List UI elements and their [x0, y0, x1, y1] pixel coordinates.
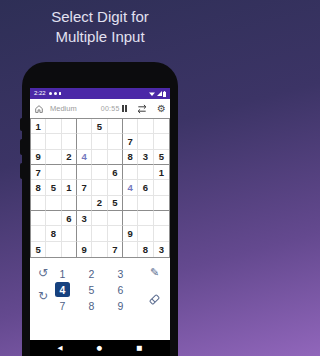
sudoku-cell[interactable] — [138, 196, 153, 211]
sudoku-cell[interactable]: 7 — [31, 165, 46, 180]
sudoku-cell[interactable] — [77, 226, 92, 241]
sudoku-cell[interactable]: 6 — [138, 180, 153, 195]
sudoku-cell[interactable] — [154, 180, 169, 195]
sudoku-cell[interactable]: 2 — [92, 196, 107, 211]
sudoku-cell[interactable] — [62, 226, 77, 241]
sudoku-cell[interactable]: 9 — [31, 150, 46, 165]
sudoku-cell[interactable] — [154, 196, 169, 211]
sudoku-cell[interactable]: 4 — [77, 150, 92, 165]
sudoku-cell[interactable] — [46, 196, 61, 211]
difficulty-label: Medium — [50, 104, 77, 113]
sudoku-cell[interactable] — [123, 119, 138, 134]
sudoku-cell[interactable]: 8 — [123, 150, 138, 165]
sudoku-cell[interactable] — [154, 119, 169, 134]
sudoku-cell[interactable] — [92, 165, 107, 180]
status-time: 2:22 — [34, 88, 46, 99]
input-mode-toggle-button[interactable] — [136, 100, 148, 118]
gear-icon: ⚙ — [157, 103, 166, 114]
sudoku-cell[interactable] — [92, 226, 107, 241]
sudoku-cell[interactable] — [92, 211, 107, 226]
sudoku-cell[interactable] — [77, 134, 92, 149]
sudoku-cell[interactable] — [77, 196, 92, 211]
sudoku-cell[interactable]: 4 — [123, 180, 138, 195]
sudoku-cell[interactable]: 8 — [31, 180, 46, 195]
phone-side-button — [20, 118, 23, 131]
game-toolbar: Medium 00:55 ⚙ — [30, 99, 170, 118]
keypad-digit-7[interactable]: 7 — [55, 298, 70, 313]
status-right-icons — [149, 91, 166, 97]
sudoku-cell[interactable]: 2 — [62, 150, 77, 165]
phone-side-button — [20, 163, 23, 179]
sudoku-cell[interactable]: 7 — [123, 134, 138, 149]
sudoku-cell[interactable] — [123, 165, 138, 180]
phone-screen: 2:22 Medium 00:55 — [30, 88, 170, 356]
sudoku-cell[interactable] — [108, 211, 123, 226]
pause-button[interactable] — [122, 105, 127, 112]
sudoku-cell[interactable] — [46, 211, 61, 226]
keypad-digit-4[interactable]: 4 — [55, 282, 70, 297]
sudoku-cell[interactable]: 3 — [77, 211, 92, 226]
sudoku-cell[interactable]: 5 — [92, 119, 107, 134]
battery-icon — [163, 91, 166, 97]
sudoku-cell[interactable] — [92, 242, 107, 257]
sudoku-cell[interactable] — [108, 119, 123, 134]
pause-icon — [122, 105, 124, 112]
home-button[interactable] — [34, 103, 46, 115]
repeat-icon — [136, 104, 148, 114]
settings-button[interactable]: ⚙ — [157, 104, 166, 114]
undo-icon: ↺ — [38, 266, 48, 280]
sudoku-cell[interactable]: 1 — [154, 165, 169, 180]
tutorial-title-line2: Multiple Input — [55, 28, 144, 45]
sudoku-cell[interactable]: 5 — [108, 196, 123, 211]
sudoku-cell[interactable] — [46, 119, 61, 134]
sudoku-cell[interactable] — [62, 119, 77, 134]
sudoku-cell[interactable]: 8 — [138, 242, 153, 257]
phone-side-button — [20, 139, 23, 155]
notification-icons — [49, 92, 62, 95]
redo-button[interactable]: ↻ — [38, 289, 48, 303]
sudoku-cell[interactable] — [108, 134, 123, 149]
sudoku-cell[interactable]: 3 — [138, 150, 153, 165]
sudoku-cell[interactable] — [46, 150, 61, 165]
eraser-icon — [148, 293, 161, 306]
sudoku-cell[interactable]: 5 — [154, 150, 169, 165]
notification-dot-icon — [54, 92, 57, 95]
sudoku-cell[interactable] — [31, 134, 46, 149]
sudoku-cell[interactable] — [77, 119, 92, 134]
sudoku-cell[interactable] — [108, 180, 123, 195]
android-nav-bar: ◀ ● ■ — [30, 340, 170, 356]
game-timer: 00:55 — [101, 105, 120, 112]
sudoku-cell[interactable] — [62, 242, 77, 257]
sudoku-cell[interactable]: 9 — [77, 242, 92, 257]
sudoku-cell[interactable] — [138, 226, 153, 241]
phone-mockup: 2:22 Medium 00:55 — [22, 62, 178, 356]
sudoku-cell[interactable] — [46, 134, 61, 149]
keypad-digit-9[interactable]: 9 — [113, 298, 128, 313]
tutorial-title-line1: Select Digit for — [51, 8, 149, 25]
sudoku-cell[interactable] — [62, 134, 77, 149]
sudoku-cell[interactable] — [154, 211, 169, 226]
sudoku-cell[interactable] — [31, 196, 46, 211]
sudoku-cell[interactable] — [154, 226, 169, 241]
sudoku-cell[interactable] — [108, 226, 123, 241]
notification-dot-icon — [49, 92, 52, 95]
nav-recents-button[interactable]: ■ — [136, 340, 142, 356]
keypad-digit-5[interactable]: 5 — [84, 282, 99, 297]
sudoku-cell[interactable]: 7 — [77, 180, 92, 195]
tutorial-title: Select Digit for Multiple Input — [0, 7, 200, 46]
keypad-digit-3[interactable]: 3 — [113, 266, 128, 281]
sudoku-cell[interactable] — [138, 134, 153, 149]
status-bar: 2:22 — [30, 88, 170, 99]
redo-icon: ↻ — [38, 289, 48, 303]
keypad-digit-8[interactable]: 8 — [84, 298, 99, 313]
eraser-button[interactable] — [148, 291, 161, 310]
sudoku-cell[interactable] — [138, 119, 153, 134]
pause-icon — [125, 105, 127, 112]
sudoku-cell[interactable] — [123, 211, 138, 226]
nav-back-button[interactable]: ◀ — [58, 340, 63, 356]
sudoku-cell[interactable] — [62, 165, 77, 180]
sudoku-cell[interactable] — [31, 211, 46, 226]
sudoku-cell[interactable]: 7 — [108, 242, 123, 257]
notification-app-icon — [59, 92, 62, 95]
sudoku-cell[interactable]: 6 — [108, 165, 123, 180]
keypad-digit-2[interactable]: 2 — [84, 266, 99, 281]
digit-keypad: 123456789 — [55, 266, 128, 313]
sudoku-board: 15792483576185174625638959783 — [30, 118, 170, 258]
sudoku-cell[interactable]: 1 — [31, 119, 46, 134]
keypad-digit-6[interactable]: 6 — [113, 282, 128, 297]
sudoku-cell[interactable] — [92, 150, 107, 165]
nav-home-button[interactable]: ● — [97, 340, 103, 356]
sudoku-cell[interactable]: 3 — [154, 242, 169, 257]
sudoku-cell[interactable]: 9 — [123, 226, 138, 241]
undo-button[interactable]: ↺ — [38, 266, 48, 280]
sudoku-cell[interactable] — [46, 165, 61, 180]
sudoku-cell[interactable] — [92, 134, 107, 149]
sudoku-cell[interactable] — [108, 150, 123, 165]
sudoku-cell[interactable] — [138, 165, 153, 180]
sudoku-cell[interactable]: 6 — [62, 211, 77, 226]
signal-icon — [157, 91, 162, 96]
sudoku-cell[interactable]: 5 — [31, 242, 46, 257]
sudoku-cell[interactable] — [123, 196, 138, 211]
sudoku-cell[interactable]: 5 — [46, 180, 61, 195]
sudoku-cell[interactable] — [77, 165, 92, 180]
home-icon — [34, 104, 44, 114]
sudoku-cell[interactable] — [62, 196, 77, 211]
wifi-icon — [149, 91, 155, 96]
sudoku-cell[interactable] — [46, 242, 61, 257]
keypad-digit-1[interactable]: 1 — [55, 266, 70, 281]
sudoku-cell[interactable] — [31, 226, 46, 241]
pencil-notes-button[interactable]: ✎ — [150, 266, 159, 279]
pencil-icon: ✎ — [150, 266, 159, 279]
number-pad: ↺ ↻ 123456789 ✎ — [30, 266, 170, 314]
sudoku-cell[interactable] — [123, 242, 138, 257]
sudoku-cell[interactable] — [92, 180, 107, 195]
sudoku-cell[interactable]: 8 — [46, 226, 61, 241]
sudoku-cell[interactable]: 1 — [62, 180, 77, 195]
sudoku-cell[interactable] — [138, 211, 153, 226]
sudoku-cell[interactable] — [154, 134, 169, 149]
